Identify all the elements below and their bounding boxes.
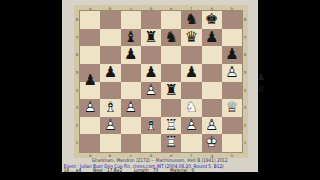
coord-label: 1 bbox=[243, 136, 248, 150]
square-d4[interactable]: ♟♙ bbox=[141, 82, 161, 100]
square-c7[interactable]: ♝ bbox=[121, 29, 141, 47]
white-pawn: ♟♙ bbox=[222, 64, 242, 82]
white-queen: ♛♕ bbox=[222, 99, 242, 117]
white-pawn: ♟♙ bbox=[121, 99, 141, 117]
square-b3[interactable]: ♝♗ bbox=[100, 99, 120, 117]
square-g2[interactable]: ♟♙ bbox=[202, 117, 222, 135]
coord-label: 5 bbox=[243, 66, 248, 80]
square-g5[interactable] bbox=[202, 64, 222, 82]
black-pawn: ♟ bbox=[80, 72, 100, 90]
coord-label: h bbox=[224, 6, 240, 11]
coord-label: d bbox=[143, 6, 159, 11]
white-rook: ♜♖ bbox=[161, 117, 181, 135]
coord-label: 4 bbox=[75, 83, 80, 97]
black-pawn: ♟ bbox=[181, 64, 201, 82]
square-d3[interactable] bbox=[141, 99, 161, 117]
square-f5[interactable]: ♟ bbox=[181, 64, 201, 82]
square-b6[interactable] bbox=[100, 46, 120, 64]
next-move: Next : 17.Ba2 bbox=[93, 167, 122, 173]
coord-label: 8 bbox=[243, 13, 248, 27]
black-pawn: ♟ bbox=[141, 64, 161, 82]
square-g4[interactable] bbox=[202, 82, 222, 100]
square-h4[interactable] bbox=[222, 82, 242, 100]
square-c1[interactable] bbox=[121, 134, 141, 152]
square-g7[interactable]: ♟ bbox=[202, 29, 222, 47]
coord-label: 6 bbox=[75, 48, 80, 62]
coord-label: 2 bbox=[243, 119, 248, 133]
coord-label: c bbox=[123, 6, 139, 11]
white-pawn: ♟♙ bbox=[181, 117, 201, 135]
piece-outline: ♙ bbox=[100, 117, 120, 135]
piece-outline: ♙ bbox=[222, 64, 242, 82]
square-a6[interactable] bbox=[80, 46, 100, 64]
black-pawn: ♟ bbox=[202, 29, 222, 47]
material-indicator-black: ♟ bbox=[256, 72, 266, 82]
white-knight: ♞♘ bbox=[181, 99, 201, 117]
piece-outline: ♙ bbox=[141, 82, 161, 100]
square-d1[interactable] bbox=[141, 134, 161, 152]
material-indicator-white: ♕ bbox=[256, 84, 266, 94]
letterbox-left bbox=[0, 0, 62, 180]
piece-outline: ♙ bbox=[202, 117, 222, 135]
black-knight: ♞ bbox=[161, 29, 181, 47]
square-a1[interactable] bbox=[80, 134, 100, 152]
coord-label: 3 bbox=[243, 101, 248, 115]
piece-outline: ♕ bbox=[222, 99, 242, 117]
square-a8[interactable] bbox=[80, 11, 100, 29]
black-pawn: ♟ bbox=[121, 46, 141, 64]
square-d5[interactable]: ♟ bbox=[141, 64, 161, 82]
square-c6[interactable]: ♟ bbox=[121, 46, 141, 64]
piece-outline: ♖ bbox=[161, 117, 181, 135]
square-c3[interactable]: ♟♙ bbox=[121, 99, 141, 117]
square-b1[interactable] bbox=[100, 134, 120, 152]
square-b2[interactable]: ♟♙ bbox=[100, 117, 120, 135]
square-c4[interactable] bbox=[121, 82, 141, 100]
square-e6[interactable] bbox=[161, 46, 181, 64]
square-f6[interactable] bbox=[181, 46, 201, 64]
black-queen: ♛ bbox=[181, 29, 201, 47]
square-b5[interactable]: ♟ bbox=[100, 64, 120, 82]
black-pawn: ♟ bbox=[100, 64, 120, 82]
square-f4[interactable] bbox=[181, 82, 201, 100]
coord-label: 5 bbox=[75, 66, 80, 80]
square-c5[interactable] bbox=[121, 64, 141, 82]
coord-label: 2 bbox=[75, 119, 80, 133]
square-a3[interactable]: ♟♙ bbox=[80, 99, 100, 117]
piece-outline: ♙ bbox=[121, 99, 141, 117]
current-move: 16 ... a4 bbox=[64, 167, 81, 173]
square-c8[interactable] bbox=[121, 11, 141, 29]
square-e4[interactable]: ♜ bbox=[161, 82, 181, 100]
square-h2[interactable] bbox=[222, 117, 242, 135]
coord-label: b bbox=[102, 6, 118, 11]
piece-outline: ♘ bbox=[181, 99, 201, 117]
square-f8[interactable]: ♞ bbox=[181, 11, 201, 29]
coord-label: a bbox=[82, 6, 98, 11]
coord-label: 3 bbox=[75, 101, 80, 115]
square-e3[interactable] bbox=[161, 99, 181, 117]
square-f2[interactable]: ♟♙ bbox=[181, 117, 201, 135]
black-bishop: ♝ bbox=[121, 29, 141, 47]
chess-board-frame: abcdefgh abcdefgh 87654321 87654321 ♞♚♝♜… bbox=[74, 5, 248, 158]
coord-label: 8 bbox=[75, 13, 80, 27]
square-h7[interactable] bbox=[222, 29, 242, 47]
square-e1[interactable]: ♜♖ bbox=[161, 134, 181, 152]
coord-label: e bbox=[163, 6, 179, 11]
black-rook: ♜ bbox=[141, 29, 161, 47]
square-e2[interactable]: ♜♖ bbox=[161, 117, 181, 135]
square-b8[interactable] bbox=[100, 11, 120, 29]
square-h8[interactable] bbox=[222, 11, 242, 29]
piece-outline: ♗ bbox=[100, 99, 120, 117]
square-e8[interactable] bbox=[161, 11, 181, 29]
square-g8[interactable]: ♚ bbox=[202, 11, 222, 29]
square-f1[interactable] bbox=[181, 134, 201, 152]
piece-outline: ♖ bbox=[161, 134, 181, 152]
square-d8[interactable] bbox=[141, 11, 161, 29]
square-c2[interactable] bbox=[121, 117, 141, 135]
coord-label: 7 bbox=[243, 30, 248, 44]
square-a2[interactable] bbox=[80, 117, 100, 135]
square-g1[interactable]: ♚♔ bbox=[202, 134, 222, 152]
white-rook: ♜♖ bbox=[161, 134, 181, 152]
white-pawn: ♟♙ bbox=[202, 117, 222, 135]
video-frame: abcdefgh abcdefgh 87654321 87654321 ♞♚♝♜… bbox=[0, 0, 320, 180]
square-f3[interactable]: ♞♘ bbox=[181, 99, 201, 117]
square-a4[interactable]: ♟ bbox=[80, 82, 100, 100]
letterbox-right bbox=[258, 0, 320, 180]
coord-label: 1 bbox=[75, 136, 80, 150]
square-f7[interactable]: ♛ bbox=[181, 29, 201, 47]
white-pawn: ♟♙ bbox=[100, 117, 120, 135]
square-h3[interactable]: ♛♕ bbox=[222, 99, 242, 117]
white-pawn: ♟♙ bbox=[141, 82, 161, 100]
white-bishop: ♝♗ bbox=[100, 99, 120, 117]
square-e7[interactable]: ♞ bbox=[161, 29, 181, 47]
chess-board: ♞♚♝♜♞♛♟♟♟♟♟♟♟♙♟♟♙♜♟♙♝♗♟♙♞♘♛♕♟♙♝♗♜♖♟♙♟♙♜♖… bbox=[80, 11, 242, 152]
black-rook: ♜ bbox=[161, 82, 181, 100]
black-pawn: ♟ bbox=[222, 46, 242, 64]
white-pawn: ♟♙ bbox=[80, 99, 100, 117]
square-b4[interactable] bbox=[100, 82, 120, 100]
square-h1[interactable] bbox=[222, 134, 242, 152]
coord-label: 4 bbox=[243, 83, 248, 97]
rank-labels-right: 87654321 bbox=[242, 11, 248, 152]
coord-label: 7 bbox=[75, 30, 80, 44]
status-line: 16 ... a4Next : 17.Ba2Length : 70Materia… bbox=[62, 168, 230, 173]
square-d2[interactable]: ♝♗ bbox=[141, 117, 161, 135]
square-d7[interactable]: ♜ bbox=[141, 29, 161, 47]
material-balance: Material : 0 bbox=[170, 167, 194, 173]
piece-outline: ♙ bbox=[80, 99, 100, 117]
piece-outline: ♔ bbox=[202, 134, 222, 152]
square-e5[interactable] bbox=[161, 64, 181, 82]
square-g6[interactable] bbox=[202, 46, 222, 64]
black-knight: ♞ bbox=[181, 11, 201, 29]
square-d6[interactable] bbox=[141, 46, 161, 64]
white-bishop: ♝♗ bbox=[141, 117, 161, 135]
coord-label: 6 bbox=[243, 48, 248, 62]
square-h5[interactable]: ♟♙ bbox=[222, 64, 242, 82]
square-g3[interactable] bbox=[202, 99, 222, 117]
piece-outline: ♗ bbox=[141, 117, 161, 135]
game-length: Length : 70 bbox=[134, 167, 158, 173]
black-king: ♚ bbox=[202, 11, 222, 29]
square-h6[interactable]: ♟ bbox=[222, 46, 242, 64]
square-a7[interactable] bbox=[80, 29, 100, 47]
square-b7[interactable] bbox=[100, 29, 120, 47]
piece-outline: ♙ bbox=[181, 117, 201, 135]
white-king: ♚♔ bbox=[202, 134, 222, 152]
chess-app-panel: abcdefgh abcdefgh 87654321 87654321 ♞♚♝♜… bbox=[62, 0, 258, 172]
